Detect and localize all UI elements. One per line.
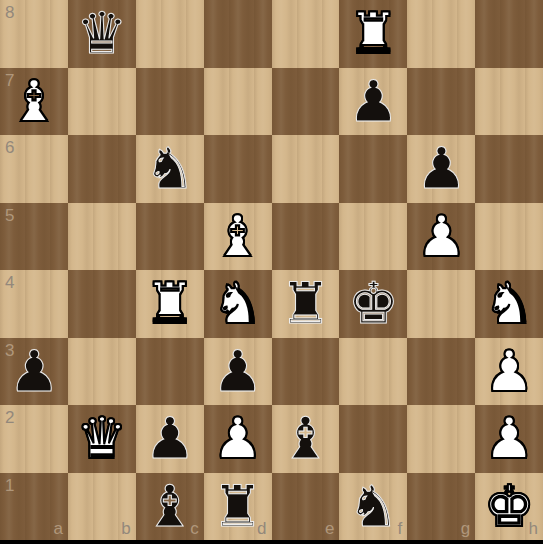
square-f7[interactable]: ♟ (339, 68, 407, 136)
white-pawn-d2[interactable]: ♟ (212, 410, 263, 467)
square-f4[interactable]: ♚ (339, 270, 407, 338)
square-a6[interactable]: 6 (0, 135, 68, 203)
square-c7[interactable] (136, 68, 204, 136)
square-d2[interactable]: ♟ (204, 405, 272, 473)
square-a2[interactable]: 2 (0, 405, 68, 473)
black-bishop-c1[interactable]: ♝ (144, 478, 195, 535)
rank-label-4: 4 (5, 274, 14, 291)
black-pawn-g6[interactable]: ♟ (416, 140, 467, 197)
square-f2[interactable] (339, 405, 407, 473)
square-h5[interactable] (475, 203, 543, 271)
square-h6[interactable] (475, 135, 543, 203)
square-d4[interactable]: ♞ (204, 270, 272, 338)
square-b5[interactable] (68, 203, 136, 271)
rank-label-5: 5 (5, 207, 14, 224)
black-pawn-c2[interactable]: ♟ (144, 410, 195, 467)
black-rook-e4[interactable]: ♜ (280, 275, 331, 332)
square-a5[interactable]: 5 (0, 203, 68, 271)
square-c4[interactable]: ♜ (136, 270, 204, 338)
rank-label-2: 2 (5, 409, 14, 426)
chess-board: 8♛♜♝7♟6♞♟5♝♟4♜♞♜♚♞♟3♟♟2♛♟♟♝♟1ab♝c♜de♞fg♚… (0, 0, 543, 540)
square-b4[interactable] (68, 270, 136, 338)
square-e3[interactable] (272, 338, 340, 406)
square-d7[interactable] (204, 68, 272, 136)
square-e6[interactable] (272, 135, 340, 203)
square-h3[interactable]: ♟ (475, 338, 543, 406)
square-g2[interactable] (407, 405, 475, 473)
black-pawn-a3[interactable]: ♟ (8, 343, 59, 400)
black-king-f4[interactable]: ♚ (348, 275, 399, 332)
square-d5[interactable]: ♝ (204, 203, 272, 271)
white-pawn-h3[interactable]: ♟ (484, 343, 535, 400)
square-c5[interactable] (136, 203, 204, 271)
white-bishop-d5[interactable]: ♝ (212, 208, 263, 265)
square-c6[interactable]: ♞ (136, 135, 204, 203)
square-c2[interactable]: ♟ (136, 405, 204, 473)
square-b8[interactable]: ♛ (68, 0, 136, 68)
square-b2[interactable]: ♛ (68, 405, 136, 473)
square-d3[interactable]: ♟ (204, 338, 272, 406)
square-h8[interactable] (475, 0, 543, 68)
square-h2[interactable]: ♟ (475, 405, 543, 473)
square-h4[interactable]: ♞ (475, 270, 543, 338)
square-f6[interactable] (339, 135, 407, 203)
square-a4[interactable]: 4 (0, 270, 68, 338)
file-label-g: g (461, 520, 470, 537)
square-g3[interactable] (407, 338, 475, 406)
black-queen-b8[interactable]: ♛ (76, 5, 127, 62)
square-f5[interactable] (339, 203, 407, 271)
black-bishop-e2[interactable]: ♝ (280, 410, 331, 467)
square-g5[interactable]: ♟ (407, 203, 475, 271)
square-c3[interactable] (136, 338, 204, 406)
black-rook-d1[interactable]: ♜ (212, 478, 263, 535)
white-queen-b2[interactable]: ♛ (76, 410, 127, 467)
square-b7[interactable] (68, 68, 136, 136)
file-label-a: a (53, 520, 62, 537)
rank-label-1: 1 (5, 477, 14, 494)
square-f3[interactable] (339, 338, 407, 406)
rank-label-8: 8 (5, 4, 14, 21)
white-bishop-a7[interactable]: ♝ (8, 73, 59, 130)
square-b3[interactable] (68, 338, 136, 406)
square-a1[interactable]: 1a (0, 473, 68, 541)
square-a7[interactable]: ♝7 (0, 68, 68, 136)
square-f1[interactable]: ♞f (339, 473, 407, 541)
black-pawn-d3[interactable]: ♟ (212, 343, 263, 400)
square-g1[interactable]: g (407, 473, 475, 541)
square-g7[interactable] (407, 68, 475, 136)
square-e2[interactable]: ♝ (272, 405, 340, 473)
white-pawn-h2[interactable]: ♟ (484, 410, 535, 467)
square-e8[interactable] (272, 0, 340, 68)
bottom-edge-bar (0, 540, 543, 544)
white-knight-d4[interactable]: ♞ (212, 275, 263, 332)
file-label-b: b (121, 520, 130, 537)
file-label-e: e (325, 520, 334, 537)
square-h7[interactable] (475, 68, 543, 136)
square-e5[interactable] (272, 203, 340, 271)
square-g8[interactable] (407, 0, 475, 68)
square-d8[interactable] (204, 0, 272, 68)
black-knight-c6[interactable]: ♞ (144, 140, 195, 197)
square-g6[interactable]: ♟ (407, 135, 475, 203)
square-d1[interactable]: ♜d (204, 473, 272, 541)
square-f8[interactable]: ♜ (339, 0, 407, 68)
rank-label-6: 6 (5, 139, 14, 156)
white-rook-f8[interactable]: ♜ (348, 5, 399, 62)
square-a3[interactable]: ♟3 (0, 338, 68, 406)
square-a8[interactable]: 8 (0, 0, 68, 68)
square-c1[interactable]: ♝c (136, 473, 204, 541)
square-d6[interactable] (204, 135, 272, 203)
square-e7[interactable] (272, 68, 340, 136)
white-pawn-g5[interactable]: ♟ (416, 208, 467, 265)
black-pawn-f7[interactable]: ♟ (348, 73, 399, 130)
square-c8[interactable] (136, 0, 204, 68)
white-king-h1[interactable]: ♚ (484, 478, 535, 535)
chess-board-screenshot: 8♛♜♝7♟6♞♟5♝♟4♜♞♜♚♞♟3♟♟2♛♟♟♝♟1ab♝c♜de♞fg♚… (0, 0, 543, 544)
white-rook-c4[interactable]: ♜ (144, 275, 195, 332)
square-e1[interactable]: e (272, 473, 340, 541)
square-b1[interactable]: b (68, 473, 136, 541)
square-g4[interactable] (407, 270, 475, 338)
black-knight-f1[interactable]: ♞ (348, 478, 399, 535)
square-h1[interactable]: ♚h (475, 473, 543, 541)
white-knight-h4[interactable]: ♞ (484, 275, 535, 332)
square-b6[interactable] (68, 135, 136, 203)
square-e4[interactable]: ♜ (272, 270, 340, 338)
